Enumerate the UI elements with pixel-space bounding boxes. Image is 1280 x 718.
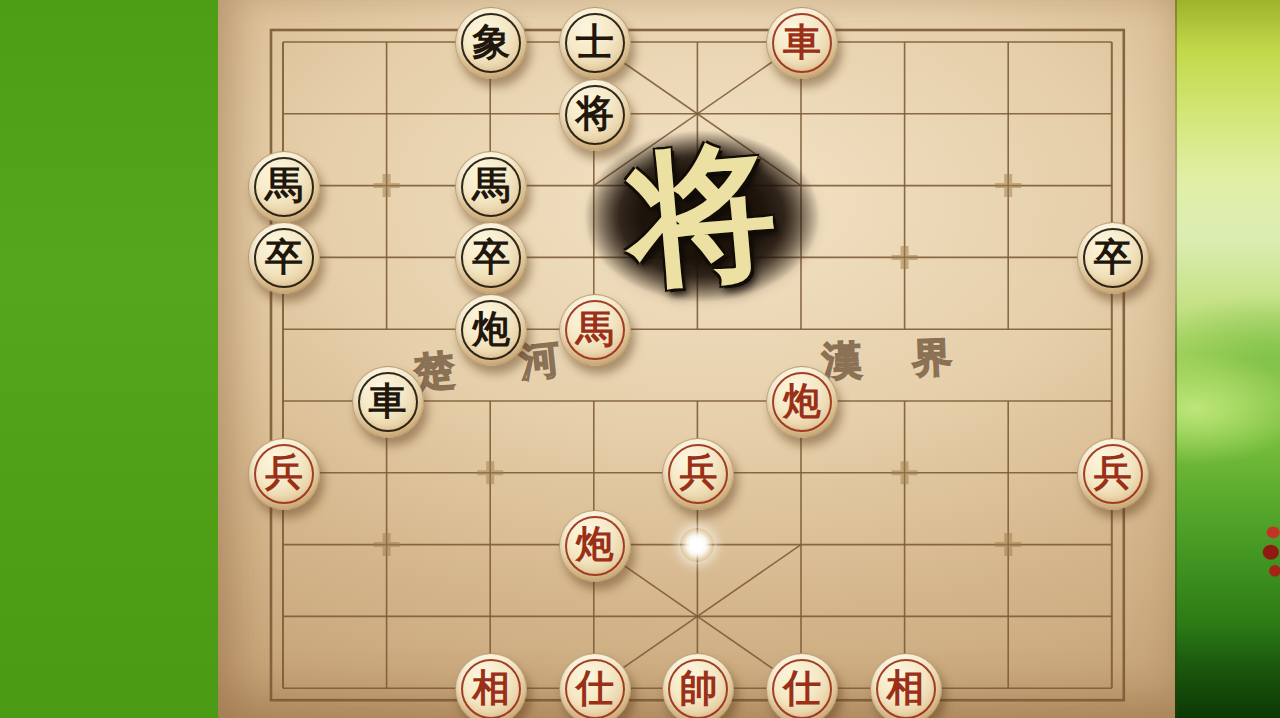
piece-black-卒[interactable]: 卒 (455, 222, 527, 294)
piece-black-馬[interactable]: 馬 (248, 151, 320, 223)
river-label-han-jie: 漢界 (821, 333, 1002, 385)
piece-red-仕[interactable]: 仕 (559, 653, 631, 718)
piece-glyph: 仕 (767, 653, 837, 718)
piece-black-象[interactable]: 象 (455, 7, 527, 79)
piece-glyph: 車 (767, 7, 837, 77)
piece-red-相[interactable]: 相 (870, 653, 942, 718)
piece-black-卒[interactable]: 卒 (1077, 222, 1149, 294)
video-frame: 楚河 漢界 象士車将馬馬卒卒卒炮馬車炮兵兵兵炮相仕帥仕相 将 (0, 0, 1280, 718)
piece-red-兵[interactable]: 兵 (1077, 438, 1149, 510)
piece-glyph: 兵 (663, 438, 733, 508)
piece-black-車[interactable]: 車 (352, 366, 424, 438)
piece-black-炮[interactable]: 炮 (455, 294, 527, 366)
piece-glyph: 卒 (456, 222, 526, 292)
highlight-dot (680, 528, 714, 562)
piece-glyph: 卒 (249, 222, 319, 292)
piece-glyph: 将 (560, 79, 630, 149)
piece-glyph: 士 (560, 7, 630, 77)
piece-glyph: 帥 (663, 653, 733, 718)
piece-glyph: 仕 (560, 653, 630, 718)
piece-black-馬[interactable]: 馬 (455, 151, 527, 223)
piece-red-仕[interactable]: 仕 (766, 653, 838, 718)
piece-red-車[interactable]: 車 (766, 7, 838, 79)
piece-glyph: 馬 (560, 294, 630, 364)
piece-red-馬[interactable]: 馬 (559, 294, 631, 366)
red-flower (1260, 520, 1280, 582)
piece-black-士[interactable]: 士 (559, 7, 631, 79)
watermark-glyph: 将 (622, 136, 782, 296)
piece-glyph: 炮 (560, 510, 630, 580)
piece-black-将[interactable]: 将 (559, 79, 631, 151)
piece-glyph: 象 (456, 7, 526, 77)
nature-photo-strip (1175, 0, 1280, 718)
piece-glyph: 車 (353, 366, 423, 436)
board-grid (0, 0, 1280, 718)
piece-glyph: 卒 (1078, 222, 1148, 292)
piece-glyph: 炮 (456, 294, 526, 364)
piece-red-炮[interactable]: 炮 (559, 510, 631, 582)
piece-red-兵[interactable]: 兵 (248, 438, 320, 510)
piece-glyph: 兵 (1078, 438, 1148, 508)
piece-red-炮[interactable]: 炮 (766, 366, 838, 438)
piece-glyph: 炮 (767, 366, 837, 436)
watermark-jiang-logo: 将 (584, 130, 820, 302)
piece-red-兵[interactable]: 兵 (662, 438, 734, 510)
piece-glyph: 相 (456, 653, 526, 718)
piece-glyph: 兵 (249, 438, 319, 508)
piece-glyph: 馬 (249, 151, 319, 221)
piece-black-卒[interactable]: 卒 (248, 222, 320, 294)
piece-red-帥[interactable]: 帥 (662, 653, 734, 718)
piece-glyph: 馬 (456, 151, 526, 221)
piece-red-相[interactable]: 相 (455, 653, 527, 718)
piece-glyph: 相 (871, 653, 941, 718)
